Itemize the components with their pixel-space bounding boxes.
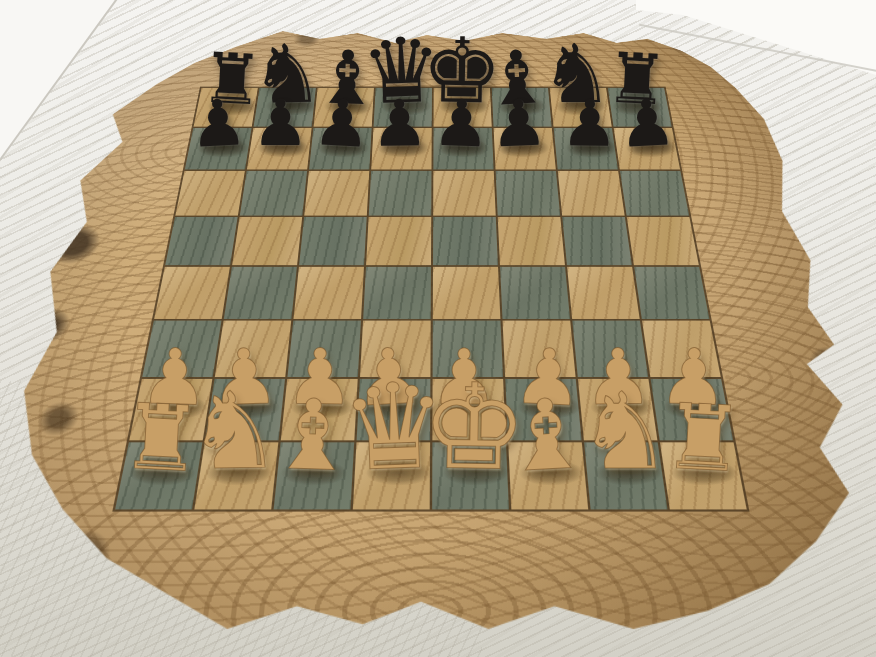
square-a5[interactable] [165, 217, 237, 265]
square-c4[interactable] [293, 267, 363, 319]
square-c1[interactable] [274, 442, 355, 509]
square-d2[interactable] [357, 379, 431, 440]
square-g5[interactable] [562, 217, 632, 265]
square-h1[interactable] [660, 442, 747, 509]
square-c7[interactable] [309, 128, 372, 170]
square-d1[interactable] [353, 442, 430, 509]
square-f7[interactable] [494, 128, 556, 170]
square-d4[interactable] [363, 267, 431, 319]
square-b3[interactable] [215, 321, 291, 378]
square-d3[interactable] [360, 321, 431, 378]
square-f3[interactable] [503, 321, 576, 378]
square-c3[interactable] [287, 321, 361, 378]
square-g2[interactable] [578, 379, 657, 440]
square-g8[interactable] [550, 88, 612, 127]
square-h7[interactable] [614, 128, 680, 170]
square-h8[interactable] [608, 88, 672, 127]
square-c6[interactable] [304, 171, 369, 216]
square-d8[interactable] [374, 88, 432, 127]
square-d5[interactable] [366, 217, 431, 265]
square-b1[interactable] [194, 442, 278, 509]
square-f6[interactable] [496, 171, 561, 216]
square-c5[interactable] [299, 217, 367, 265]
square-e8[interactable] [434, 88, 492, 127]
square-e6[interactable] [433, 171, 496, 216]
chess-board [115, 88, 747, 510]
square-f5[interactable] [498, 217, 565, 265]
square-g6[interactable] [558, 171, 625, 216]
square-h2[interactable] [651, 379, 734, 440]
square-b8[interactable] [254, 88, 316, 127]
square-h5[interactable] [627, 217, 699, 265]
square-e2[interactable] [432, 379, 506, 440]
square-e5[interactable] [433, 217, 498, 265]
square-h3[interactable] [642, 321, 721, 378]
square-a8[interactable] [194, 88, 258, 127]
square-g7[interactable] [554, 128, 618, 170]
board-perspective-scene [0, 0, 876, 657]
square-d7[interactable] [371, 128, 432, 170]
square-g1[interactable] [584, 442, 667, 509]
square-c2[interactable] [281, 379, 358, 440]
square-f2[interactable] [505, 379, 581, 440]
square-b5[interactable] [232, 217, 302, 265]
square-e7[interactable] [433, 128, 493, 170]
square-a2[interactable] [129, 379, 212, 440]
square-a4[interactable] [154, 267, 230, 319]
square-g4[interactable] [567, 267, 640, 319]
square-a3[interactable] [142, 321, 221, 378]
square-f4[interactable] [500, 267, 570, 319]
square-b4[interactable] [224, 267, 297, 319]
photo-scene: ♜♞♝♛♚♝♞♜♟♟♟♟♟♟♟♟♟♟♟♟♟♟♟♟♜♞♝♛♚♝♞♜ [0, 0, 876, 657]
square-f8[interactable] [492, 88, 552, 127]
square-h6[interactable] [620, 171, 689, 216]
square-b7[interactable] [247, 128, 312, 170]
square-e4[interactable] [433, 267, 501, 319]
square-a7[interactable] [185, 128, 252, 170]
square-f1[interactable] [508, 442, 588, 509]
square-g3[interactable] [572, 321, 648, 378]
square-h4[interactable] [634, 267, 709, 319]
square-e3[interactable] [433, 321, 503, 378]
square-d6[interactable] [369, 171, 432, 216]
square-e1[interactable] [432, 442, 509, 509]
board-slab [0, 31, 876, 629]
square-c8[interactable] [314, 88, 374, 127]
square-b6[interactable] [240, 171, 307, 216]
square-a1[interactable] [115, 442, 202, 509]
square-a6[interactable] [175, 171, 245, 216]
square-b2[interactable] [205, 379, 285, 440]
